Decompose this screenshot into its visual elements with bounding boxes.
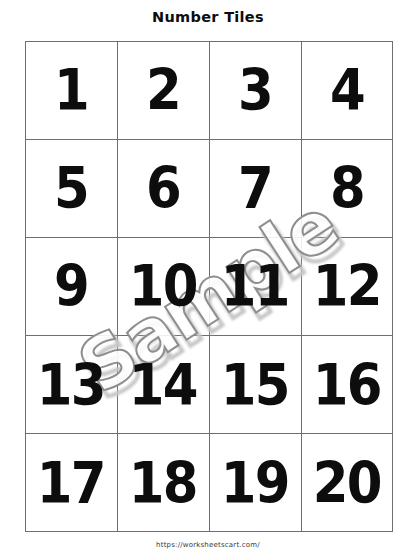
tile-3: 3 (209, 41, 301, 139)
tile-16: 16 (301, 336, 393, 434)
tile-9: 9 (25, 237, 117, 335)
tile-13: 13 (25, 336, 117, 434)
tile-number: 10 (129, 253, 197, 319)
tile-1: 1 (25, 41, 117, 139)
tile-2: 2 (117, 41, 209, 139)
tile-number: 9 (54, 253, 88, 319)
tile-number: 1 (54, 57, 88, 123)
tile-20: 20 (301, 434, 393, 532)
tile-number: 18 (129, 450, 197, 516)
tile-5: 5 (25, 139, 117, 237)
tile-number: 16 (313, 352, 381, 418)
tile-12: 12 (301, 237, 393, 335)
tile-number: 5 (54, 155, 88, 221)
tile-number: 2 (146, 57, 180, 123)
tile-19: 19 (209, 434, 301, 532)
tile-number: 6 (146, 155, 180, 221)
tile-14: 14 (117, 336, 209, 434)
tile-6: 6 (117, 139, 209, 237)
tile-17: 17 (25, 434, 117, 532)
tile-number: 7 (238, 155, 272, 221)
tile-number: 12 (313, 253, 381, 319)
tile-7: 7 (209, 139, 301, 237)
tile-11: 11 (209, 237, 301, 335)
tile-number: 20 (313, 450, 381, 516)
tile-4: 4 (301, 41, 393, 139)
tile-number: 4 (330, 57, 364, 123)
tile-number: 3 (238, 57, 272, 123)
tile-number: 11 (221, 253, 289, 319)
tile-15: 15 (209, 336, 301, 434)
tile-number: 15 (221, 352, 289, 418)
tile-number: 14 (129, 352, 197, 418)
tile-10: 10 (117, 237, 209, 335)
number-tiles-grid: 1 2 3 4 5 6 7 8 9 10 11 12 13 14 15 16 1… (25, 41, 393, 532)
tile-18: 18 (117, 434, 209, 532)
tile-number: 19 (221, 450, 289, 516)
worksheet-page: Number Tiles Sample Sample 1 2 3 4 5 6 (0, 0, 416, 555)
tile-8: 8 (301, 139, 393, 237)
tile-number: 17 (37, 450, 105, 516)
tile-number: 8 (330, 155, 364, 221)
tile-number: 13 (37, 352, 105, 418)
